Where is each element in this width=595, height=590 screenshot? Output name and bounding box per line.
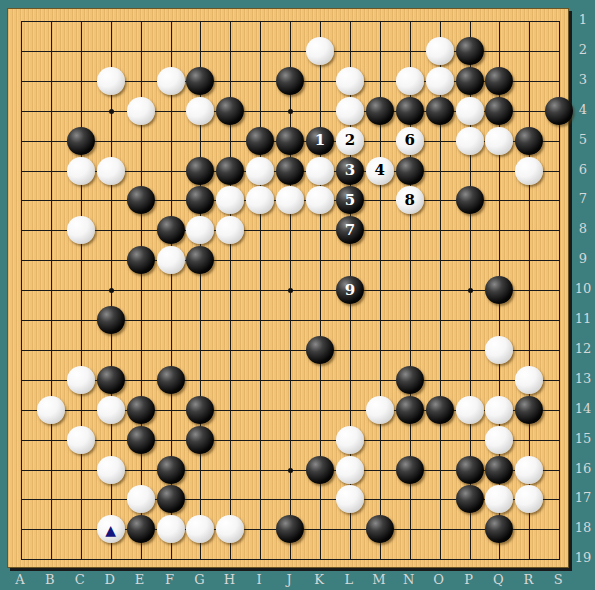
column-label-B: B: [40, 572, 60, 588]
stone-black-C5: [67, 127, 95, 155]
stone-white-D6: [97, 157, 125, 185]
move-number: 1: [315, 133, 325, 148]
column-label-A: A: [10, 572, 30, 588]
stone-white-M14: [366, 396, 394, 424]
column-label-K: K: [309, 572, 329, 588]
stone-white-O3: [426, 67, 454, 95]
stone-black-L6: 3: [336, 157, 364, 185]
row-label-10: 10: [572, 281, 594, 297]
stone-white-B14: [37, 396, 65, 424]
stone-black-F13: [157, 366, 185, 394]
stone-black-Q3: [485, 67, 513, 95]
stone-white-G18: [186, 515, 214, 543]
column-label-G: G: [189, 572, 209, 588]
stone-white-L4: [336, 97, 364, 125]
stone-white-Q14: [485, 396, 513, 424]
stone-black-K16: [306, 456, 334, 484]
stone-black-R5: [515, 127, 543, 155]
stone-white-H8: [216, 216, 244, 244]
go-board-app: 126345879▲ ABCDEFGHIJKLMNOPQRS1234567891…: [0, 0, 595, 590]
row-label-1: 1: [572, 12, 594, 28]
row-label-7: 7: [572, 191, 594, 207]
stone-white-G8: [186, 216, 214, 244]
stone-white-C15: [67, 426, 95, 454]
stone-white-C8: [67, 216, 95, 244]
column-label-F: F: [160, 572, 180, 588]
stone-white-P14: [456, 396, 484, 424]
move-number: 9: [345, 283, 355, 298]
row-label-3: 3: [572, 72, 594, 88]
column-label-L: L: [339, 572, 359, 588]
stone-black-D11: [97, 306, 125, 334]
stone-black-M4: [366, 97, 394, 125]
row-label-17: 17: [572, 490, 594, 506]
column-label-S: S: [548, 572, 568, 588]
stone-black-N6: [396, 157, 424, 185]
row-label-5: 5: [572, 132, 594, 148]
stone-black-P2: [456, 37, 484, 65]
go-board[interactable]: 126345879▲: [7, 8, 569, 568]
stone-white-D3: [97, 67, 125, 95]
stone-black-P17: [456, 485, 484, 513]
stone-white-L5: 2: [336, 127, 364, 155]
stone-white-O2: [426, 37, 454, 65]
star-point: [288, 468, 293, 473]
row-label-13: 13: [572, 371, 594, 387]
stone-black-P16: [456, 456, 484, 484]
stone-black-Q4: [485, 97, 513, 125]
stone-white-J7: [276, 186, 304, 214]
row-label-8: 8: [572, 221, 594, 237]
stone-white-L15: [336, 426, 364, 454]
row-label-15: 15: [572, 431, 594, 447]
stone-black-S4: [545, 97, 573, 125]
stone-white-G4: [186, 97, 214, 125]
stone-black-M18: [366, 515, 394, 543]
stone-black-J18: [276, 515, 304, 543]
stone-black-L7: 5: [336, 186, 364, 214]
stone-black-K5: 1: [306, 127, 334, 155]
stone-white-K6: [306, 157, 334, 185]
stone-black-H6: [216, 157, 244, 185]
row-label-4: 4: [572, 102, 594, 118]
move-number: 4: [375, 163, 385, 178]
stone-white-F18: [157, 515, 185, 543]
column-label-C: C: [70, 572, 90, 588]
stone-white-L3: [336, 67, 364, 95]
stone-black-J6: [276, 157, 304, 185]
stone-black-N16: [396, 456, 424, 484]
column-label-O: O: [429, 572, 449, 588]
stone-black-E14: [127, 396, 155, 424]
stone-black-Q16: [485, 456, 513, 484]
row-label-16: 16: [572, 461, 594, 477]
row-label-19: 19: [572, 550, 594, 566]
stone-white-L17: [336, 485, 364, 513]
stone-black-L10: 9: [336, 276, 364, 304]
stone-black-N13: [396, 366, 424, 394]
move-number: 6: [404, 133, 414, 148]
column-label-Q: Q: [488, 572, 508, 588]
stone-black-P7: [456, 186, 484, 214]
stone-black-E7: [127, 186, 155, 214]
row-label-2: 2: [572, 42, 594, 58]
row-label-14: 14: [572, 401, 594, 417]
stone-white-N5: 6: [396, 127, 424, 155]
column-label-M: M: [369, 572, 389, 588]
stone-white-E4: [127, 97, 155, 125]
column-label-E: E: [130, 572, 150, 588]
stone-black-O4: [426, 97, 454, 125]
stone-white-P5: [456, 127, 484, 155]
move-number: 3: [345, 163, 355, 178]
stone-black-G3: [186, 67, 214, 95]
stone-white-C6: [67, 157, 95, 185]
stone-black-J3: [276, 67, 304, 95]
column-label-I: I: [249, 572, 269, 588]
grid-line-horizontal: [21, 559, 560, 560]
move-number: 5: [345, 193, 355, 208]
row-label-6: 6: [572, 162, 594, 178]
column-label-R: R: [518, 572, 538, 588]
stone-black-N14: [396, 396, 424, 424]
column-label-J: J: [279, 572, 299, 588]
stone-white-P4: [456, 97, 484, 125]
stone-black-E15: [127, 426, 155, 454]
stone-black-L8: 7: [336, 216, 364, 244]
stone-white-R6: [515, 157, 543, 185]
triangle-marker: ▲: [105, 523, 116, 537]
row-label-9: 9: [572, 251, 594, 267]
stone-black-J5: [276, 127, 304, 155]
star-point: [109, 288, 114, 293]
star-point: [468, 288, 473, 293]
star-point: [288, 288, 293, 293]
stone-black-N4: [396, 97, 424, 125]
stone-black-H4: [216, 97, 244, 125]
stone-white-H7: [216, 186, 244, 214]
stone-black-Q18: [485, 515, 513, 543]
stone-white-Q15: [485, 426, 513, 454]
stone-black-O14: [426, 396, 454, 424]
star-point: [288, 109, 293, 114]
grid-line-horizontal: [21, 440, 560, 441]
stone-white-R13: [515, 366, 543, 394]
stone-black-E9: [127, 246, 155, 274]
column-label-H: H: [219, 572, 239, 588]
stone-white-F9: [157, 246, 185, 274]
move-number: 7: [345, 223, 355, 238]
stone-black-G14: [186, 396, 214, 424]
stone-white-Q17: [485, 485, 513, 513]
stone-white-C13: [67, 366, 95, 394]
stone-black-F16: [157, 456, 185, 484]
move-number: 8: [404, 193, 414, 208]
stone-black-F17: [157, 485, 185, 513]
stone-white-F3: [157, 67, 185, 95]
column-label-P: P: [459, 572, 479, 588]
stone-white-D16: [97, 456, 125, 484]
stone-black-F8: [157, 216, 185, 244]
stone-black-Q10: [485, 276, 513, 304]
stone-black-R14: [515, 396, 543, 424]
stone-white-N3: [396, 67, 424, 95]
stone-white-H18: [216, 515, 244, 543]
grid-line-horizontal: [21, 350, 560, 351]
stone-black-I5: [246, 127, 274, 155]
stone-white-E17: [127, 485, 155, 513]
stone-black-G6: [186, 157, 214, 185]
stone-white-Q12: [485, 336, 513, 364]
stone-black-K12: [306, 336, 334, 364]
stone-white-R17: [515, 485, 543, 513]
stone-white-K2: [306, 37, 334, 65]
stone-white-I7: [246, 186, 274, 214]
stone-white-R16: [515, 456, 543, 484]
move-number: 2: [345, 133, 355, 148]
row-label-11: 11: [572, 311, 594, 327]
star-point: [109, 109, 114, 114]
stone-black-G7: [186, 186, 214, 214]
stone-white-I6: [246, 157, 274, 185]
stone-black-D13: [97, 366, 125, 394]
stone-white-L16: [336, 456, 364, 484]
row-label-18: 18: [572, 520, 594, 536]
stone-white-N7: 8: [396, 186, 424, 214]
row-label-12: 12: [572, 341, 594, 357]
column-label-N: N: [399, 572, 419, 588]
stone-black-P3: [456, 67, 484, 95]
stone-black-G9: [186, 246, 214, 274]
stone-white-K7: [306, 186, 334, 214]
column-label-D: D: [100, 572, 120, 588]
stone-white-D18: ▲: [97, 515, 125, 543]
stone-white-D14: [97, 396, 125, 424]
stone-white-M6: 4: [366, 157, 394, 185]
stone-black-E18: [127, 515, 155, 543]
stone-black-G15: [186, 426, 214, 454]
stone-white-Q5: [485, 127, 513, 155]
